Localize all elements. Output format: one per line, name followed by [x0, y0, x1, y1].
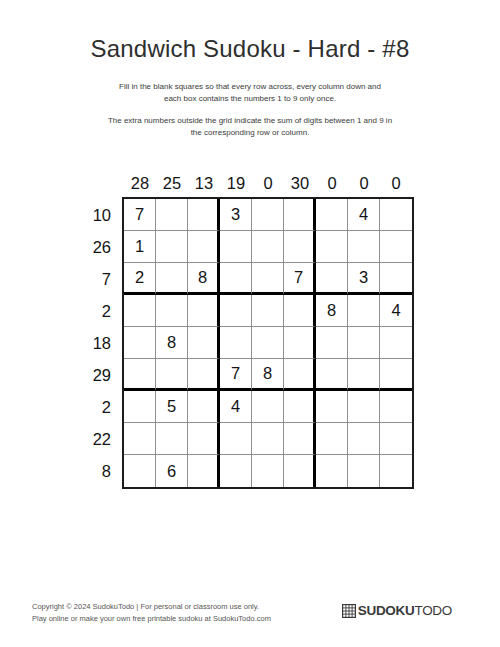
cell-r3c3[interactable]: 8	[188, 263, 220, 295]
cell-r2c9[interactable]	[380, 231, 412, 263]
cell-r4c4[interactable]	[220, 295, 252, 327]
cell-r9c1[interactable]	[124, 455, 156, 487]
cell-r6c9[interactable]	[380, 359, 412, 391]
instructions: Fill in the blank squares so that every …	[60, 81, 440, 149]
cell-r5c8[interactable]	[348, 327, 380, 359]
cell-r4c9[interactable]: 4	[380, 295, 412, 327]
cell-r7c2[interactable]: 5	[156, 391, 188, 423]
cell-r3c9[interactable]	[380, 263, 412, 295]
cell-r8c6[interactable]	[284, 423, 316, 455]
cell-r3c7[interactable]	[316, 263, 348, 295]
cell-r8c1[interactable]	[124, 423, 156, 455]
cell-r4c2[interactable]	[156, 295, 188, 327]
cell-r8c7[interactable]	[316, 423, 348, 455]
cell-r5c4[interactable]	[220, 327, 252, 359]
cell-r1c9[interactable]	[380, 199, 412, 231]
cell-r9c9[interactable]	[380, 455, 412, 487]
cell-r1c7[interactable]	[316, 199, 348, 231]
cell-r6c4[interactable]: 7	[220, 359, 252, 391]
instructions-line-4: the corresponding row or column.	[60, 127, 440, 139]
page-root: Sandwich Sudoku - Hard - #8 Fill in the …	[0, 0, 500, 647]
instructions-paragraph-1: Fill in the blank squares so that every …	[60, 81, 440, 104]
cell-r2c1[interactable]: 1	[124, 231, 156, 263]
cell-r9c3[interactable]	[188, 455, 220, 487]
col-clue-4: 19	[220, 170, 252, 196]
cell-r5c2[interactable]: 8	[156, 327, 188, 359]
col-clue-8: 0	[348, 170, 380, 196]
cell-r5c3[interactable]	[188, 327, 220, 359]
col-clue-9: 0	[380, 170, 412, 196]
sudoku-grid-area: 28251319030000 10267218292228 7341287384…	[32, 170, 424, 490]
cell-r2c7[interactable]	[316, 231, 348, 263]
cell-r9c8[interactable]	[348, 455, 380, 487]
cell-r7c7[interactable]	[316, 391, 348, 423]
cell-r6c7[interactable]	[316, 359, 348, 391]
col-clue-3: 13	[188, 170, 220, 196]
row-clue-6: 29	[32, 359, 122, 391]
col-clue-2: 25	[156, 170, 188, 196]
cell-r7c3[interactable]	[188, 391, 220, 423]
cell-r8c4[interactable]	[220, 423, 252, 455]
cell-r5c5[interactable]	[252, 327, 284, 359]
cell-r8c3[interactable]	[188, 423, 220, 455]
logo-text-todo: TODO	[414, 603, 452, 618]
column-sum-clues: 28251319030000	[124, 170, 412, 196]
cell-r9c4[interactable]	[220, 455, 252, 487]
cell-r1c5[interactable]	[252, 199, 284, 231]
sudoku-board: 7341287384878546	[122, 197, 414, 489]
row-clue-9: 8	[32, 455, 122, 487]
cell-r1c3[interactable]	[188, 199, 220, 231]
logo-text-sudoku: SUDOKU	[358, 603, 415, 618]
logo-text: SUDOKUTODO	[358, 603, 452, 618]
instructions-line-3: The extra numbers outside the grid indic…	[60, 115, 440, 127]
cell-r4c7[interactable]: 8	[316, 295, 348, 327]
row-clue-1: 10	[32, 199, 122, 231]
instructions-paragraph-2: The extra numbers outside the grid indic…	[60, 115, 440, 138]
cell-r5c9[interactable]	[380, 327, 412, 359]
cell-r7c5[interactable]	[252, 391, 284, 423]
cell-r8c5[interactable]	[252, 423, 284, 455]
cell-r8c2[interactable]	[156, 423, 188, 455]
cell-r1c1[interactable]: 7	[124, 199, 156, 231]
sudokutodo-logo: SUDOKUTODO	[342, 603, 452, 618]
cell-r3c2[interactable]	[156, 263, 188, 295]
cell-r2c6[interactable]	[284, 231, 316, 263]
cell-r7c8[interactable]	[348, 391, 380, 423]
cell-r5c1[interactable]	[124, 327, 156, 359]
cell-r7c4[interactable]: 4	[220, 391, 252, 423]
cell-r6c2[interactable]	[156, 359, 188, 391]
cell-r6c8[interactable]	[348, 359, 380, 391]
footer-tagline: Play online or make your own free printa…	[32, 613, 271, 625]
cell-r2c4[interactable]	[220, 231, 252, 263]
row-clue-4: 2	[32, 295, 122, 327]
cell-r1c4[interactable]: 3	[220, 199, 252, 231]
row-clue-3: 7	[32, 263, 122, 295]
cell-r6c5[interactable]: 8	[252, 359, 284, 391]
cell-r1c6[interactable]	[284, 199, 316, 231]
cell-r3c8[interactable]: 3	[348, 263, 380, 295]
page-title: Sandwich Sudoku - Hard - #8	[0, 35, 500, 63]
cell-r9c6[interactable]	[284, 455, 316, 487]
cell-r9c7[interactable]	[316, 455, 348, 487]
cell-r5c7[interactable]	[316, 327, 348, 359]
instructions-line-1: Fill in the blank squares so that every …	[60, 81, 440, 93]
cell-r3c4[interactable]	[220, 263, 252, 295]
cell-r1c8[interactable]: 4	[348, 199, 380, 231]
cell-r4c3[interactable]	[188, 295, 220, 327]
cell-r6c3[interactable]	[188, 359, 220, 391]
col-clue-7: 0	[316, 170, 348, 196]
cell-r3c1[interactable]: 2	[124, 263, 156, 295]
cell-r7c6[interactable]	[284, 391, 316, 423]
row-clue-2: 26	[32, 231, 122, 263]
cell-r6c6[interactable]	[284, 359, 316, 391]
cell-r3c5[interactable]	[252, 263, 284, 295]
cell-r2c8[interactable]	[348, 231, 380, 263]
cell-r8c8[interactable]	[348, 423, 380, 455]
cell-r9c2[interactable]: 6	[156, 455, 188, 487]
grid-icon	[342, 604, 356, 618]
row-sum-clues: 10267218292228	[32, 199, 122, 487]
row-clue-8: 22	[32, 423, 122, 455]
cell-r2c2[interactable]	[156, 231, 188, 263]
cell-r9c5[interactable]	[252, 455, 284, 487]
cell-r6c1[interactable]	[124, 359, 156, 391]
cell-r7c1[interactable]	[124, 391, 156, 423]
footer-copyright: Copyright © 2024 SudokuTodo | For person…	[32, 601, 271, 613]
cell-r4c1[interactable]	[124, 295, 156, 327]
cell-r2c3[interactable]	[188, 231, 220, 263]
cell-r1c2[interactable]	[156, 199, 188, 231]
cell-r7c9[interactable]	[380, 391, 412, 423]
cell-r8c9[interactable]	[380, 423, 412, 455]
instructions-line-2: each box contains the numbers 1 to 9 onl…	[60, 93, 440, 105]
cell-r5c6[interactable]	[284, 327, 316, 359]
cell-r4c6[interactable]	[284, 295, 316, 327]
col-clue-5: 0	[252, 170, 284, 196]
cell-r3c6[interactable]: 7	[284, 263, 316, 295]
footer: Copyright © 2024 SudokuTodo | For person…	[32, 601, 271, 624]
col-clue-1: 28	[124, 170, 156, 196]
row-clue-5: 18	[32, 327, 122, 359]
cell-r4c8[interactable]	[348, 295, 380, 327]
row-clue-7: 2	[32, 391, 122, 423]
col-clue-6: 30	[284, 170, 316, 196]
cell-r2c5[interactable]	[252, 231, 284, 263]
cell-r4c5[interactable]	[252, 295, 284, 327]
